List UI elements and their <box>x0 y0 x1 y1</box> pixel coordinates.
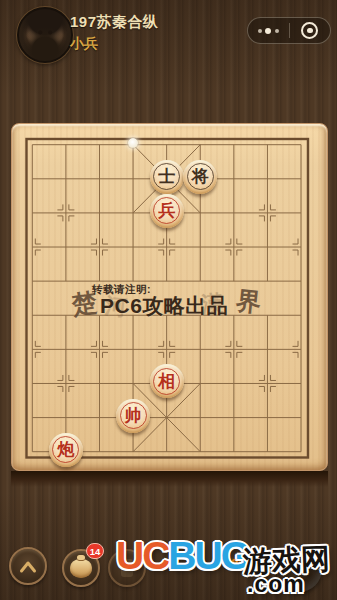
exit-target-icon <box>301 22 318 39</box>
level-title: 197苏秦合纵 <box>70 13 159 32</box>
piece-black-士[interactable]: 士 <box>150 160 184 194</box>
piece-red-兵[interactable]: 兵 <box>150 194 184 228</box>
piece-black-将[interactable]: 将 <box>183 160 217 194</box>
piece-red-帅[interactable]: 帅 <box>116 399 150 433</box>
piece-red-相[interactable]: 相 <box>150 364 184 398</box>
watermark-pc6: PC6攻略出品 <box>100 292 228 320</box>
piece-red-炮[interactable]: 炮 <box>49 433 83 467</box>
miniprogram-capsule <box>247 17 331 44</box>
exit-button[interactable] <box>290 18 331 43</box>
more-options-button[interactable] <box>248 18 289 43</box>
more-options-icon <box>275 29 279 33</box>
notification-badge: 14 <box>86 543 104 559</box>
board-edge-shadow <box>11 471 328 487</box>
logo-bug: BUG <box>168 534 249 577</box>
collapse-button[interactable] <box>9 547 47 585</box>
logo-com: .com <box>247 573 305 596</box>
more-options-icon <box>265 28 271 34</box>
player-rank-label: 小兵 <box>70 35 98 53</box>
player-avatar[interactable] <box>17 7 73 63</box>
xiangqi-app: 197苏秦合纵 小兵 楚 河 漢 界 转载请注明: PC6攻略出品 士将兵相帅炮… <box>0 0 337 600</box>
river-text-jie: 界 <box>234 284 262 319</box>
chevron-up-icon <box>18 558 38 574</box>
more-options-icon <box>258 29 262 33</box>
money-bag-icon <box>70 559 92 578</box>
ucbug-watermark: UCBUG <box>116 536 249 575</box>
logo-uc: UC <box>116 534 168 577</box>
